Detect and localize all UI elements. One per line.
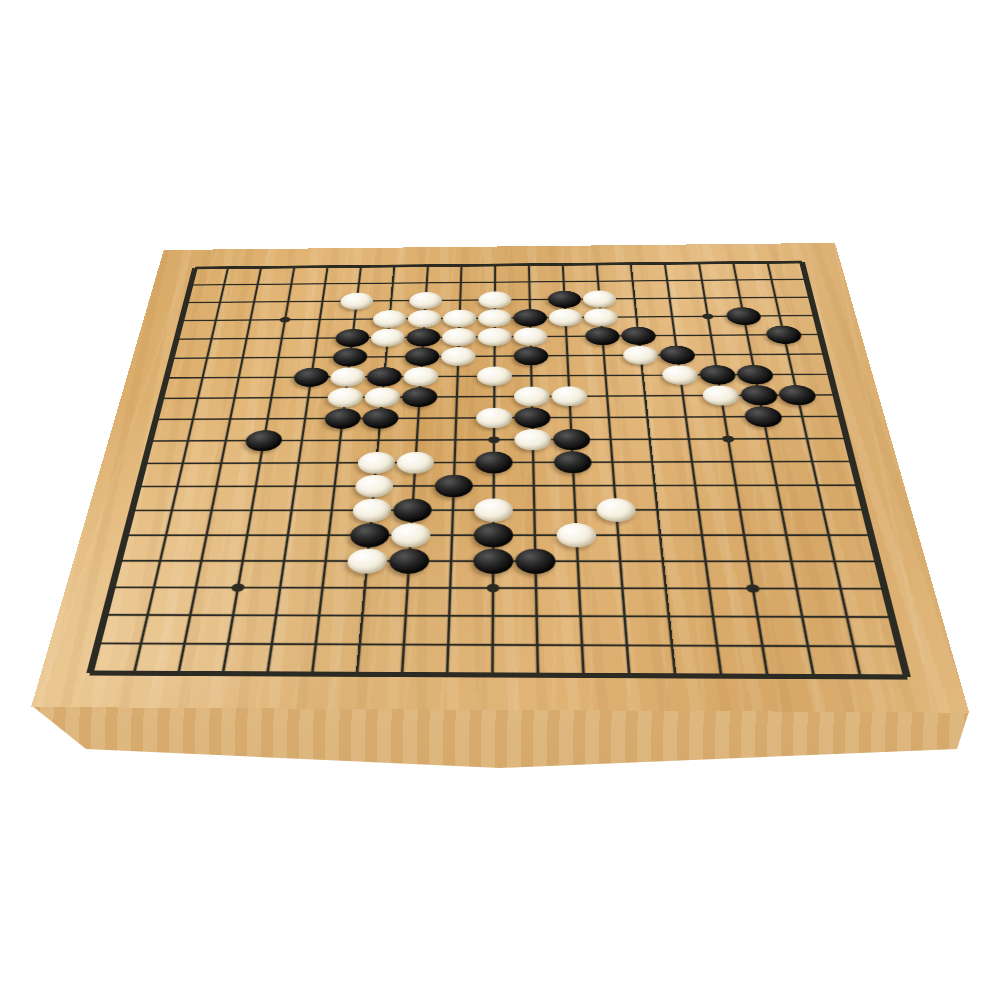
white-stone[interactable] xyxy=(701,386,740,406)
white-stone[interactable] xyxy=(548,309,582,327)
white-stone[interactable] xyxy=(556,523,597,547)
white-stone[interactable] xyxy=(476,408,512,429)
black-stone[interactable] xyxy=(406,328,441,346)
white-stone[interactable] xyxy=(352,499,392,522)
white-stone[interactable] xyxy=(514,429,551,450)
white-stone[interactable] xyxy=(477,366,512,385)
black-stone[interactable] xyxy=(332,348,368,367)
black-stone[interactable] xyxy=(474,523,513,547)
black-stone[interactable] xyxy=(324,408,362,428)
black-stone[interactable] xyxy=(362,408,400,428)
white-stone[interactable] xyxy=(551,386,588,406)
black-stone[interactable] xyxy=(554,451,592,473)
white-stone[interactable] xyxy=(478,309,512,327)
white-stone[interactable] xyxy=(514,327,548,345)
white-stone[interactable] xyxy=(622,346,659,365)
white-stone[interactable] xyxy=(370,329,405,347)
black-stone[interactable] xyxy=(388,549,429,574)
black-stone[interactable] xyxy=(621,327,657,345)
black-stone[interactable] xyxy=(736,365,775,384)
white-stone[interactable] xyxy=(329,367,366,386)
black-stone[interactable] xyxy=(739,385,779,405)
white-stone[interactable] xyxy=(364,387,401,407)
white-stone[interactable] xyxy=(403,367,439,386)
black-stone[interactable] xyxy=(334,329,370,347)
white-stone[interactable] xyxy=(474,498,513,521)
black-stone[interactable] xyxy=(475,452,512,474)
stones-layer xyxy=(31,243,969,713)
black-stone[interactable] xyxy=(514,347,549,366)
black-stone[interactable] xyxy=(434,475,472,498)
white-stone[interactable] xyxy=(409,292,443,309)
white-stone[interactable] xyxy=(326,388,363,408)
white-stone[interactable] xyxy=(346,549,388,574)
white-stone[interactable] xyxy=(407,310,441,328)
product-photo-scene xyxy=(0,0,1000,1000)
white-stone[interactable] xyxy=(443,310,477,328)
white-stone[interactable] xyxy=(478,328,512,346)
white-stone[interactable] xyxy=(596,498,637,521)
white-stone[interactable] xyxy=(478,291,511,308)
black-stone[interactable] xyxy=(553,429,591,450)
white-stone[interactable] xyxy=(661,365,699,384)
white-stone[interactable] xyxy=(584,308,619,326)
black-stone[interactable] xyxy=(404,347,439,366)
white-stone[interactable] xyxy=(514,387,550,407)
white-stone[interactable] xyxy=(390,523,430,547)
black-stone[interactable] xyxy=(366,367,402,386)
black-stone[interactable] xyxy=(392,499,432,522)
black-stone[interactable] xyxy=(725,307,762,325)
black-stone[interactable] xyxy=(293,368,330,387)
white-stone[interactable] xyxy=(354,475,394,497)
black-stone[interactable] xyxy=(515,549,555,574)
go-board xyxy=(31,243,969,713)
white-stone[interactable] xyxy=(396,452,434,474)
white-stone[interactable] xyxy=(372,310,407,328)
white-stone[interactable] xyxy=(357,452,396,474)
black-stone[interactable] xyxy=(659,346,696,365)
white-stone[interactable] xyxy=(441,347,476,366)
black-stone[interactable] xyxy=(473,549,513,574)
black-stone[interactable] xyxy=(349,523,390,547)
white-stone[interactable] xyxy=(339,293,373,310)
black-stone[interactable] xyxy=(765,326,804,344)
black-stone[interactable] xyxy=(698,365,737,384)
black-stone[interactable] xyxy=(514,407,550,428)
white-stone[interactable] xyxy=(582,290,616,307)
black-stone[interactable] xyxy=(777,385,818,405)
black-stone[interactable] xyxy=(244,430,284,451)
black-stone[interactable] xyxy=(743,406,784,427)
white-stone[interactable] xyxy=(442,328,476,346)
black-stone[interactable] xyxy=(513,309,547,327)
black-stone[interactable] xyxy=(401,387,437,407)
black-stone[interactable] xyxy=(585,327,620,345)
black-stone[interactable] xyxy=(548,291,582,308)
